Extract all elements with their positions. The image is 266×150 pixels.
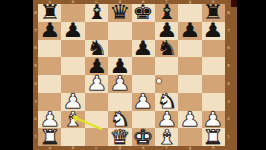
video-frame[interactable]: abcdefgh abcdefgh 87654321 87654321 ♜♝♛♚… xyxy=(0,0,266,150)
square-g8 xyxy=(178,4,201,22)
square-g4 xyxy=(178,75,201,93)
coord-label-a: a xyxy=(38,0,61,4)
black-rook: ♜ xyxy=(203,5,224,21)
square-h4 xyxy=(202,75,225,93)
coord-label-6: 6 xyxy=(33,40,38,58)
black-rook: ♜ xyxy=(39,5,60,21)
coord-label-h: h xyxy=(202,0,225,4)
chess-board: abcdefgh abcdefgh 87654321 87654321 ♜♝♛♚… xyxy=(33,0,237,150)
coord-label-1: 1 xyxy=(225,128,232,146)
white-pawn: ♟ xyxy=(86,76,107,92)
square-b4 xyxy=(61,75,84,93)
black-pawn: ♟ xyxy=(179,23,200,39)
black-pawn: ♟ xyxy=(203,23,224,39)
square-d4: ♟ xyxy=(108,75,131,93)
square-d7 xyxy=(108,22,131,40)
square-e7 xyxy=(132,22,155,40)
coord-label-g: g xyxy=(178,146,201,150)
square-c3 xyxy=(85,93,108,111)
coord-label-2: 2 xyxy=(225,111,232,129)
square-h2: ♟ xyxy=(202,111,225,129)
white-pawn: ♟ xyxy=(109,76,130,92)
coord-label-b: b xyxy=(61,146,84,150)
square-a6 xyxy=(38,40,61,58)
black-queen: ♛ xyxy=(109,5,130,21)
square-f8: ♝ xyxy=(155,4,178,22)
coord-label-a: a xyxy=(38,146,61,150)
square-e4 xyxy=(132,75,155,93)
square-d5: ♟ xyxy=(108,57,131,75)
black-pawn: ♟ xyxy=(86,58,107,74)
black-king: ♚ xyxy=(133,5,154,21)
coord-label-e: e xyxy=(132,146,155,150)
square-c8: ♝ xyxy=(85,4,108,22)
coord-label-c: c xyxy=(85,0,108,4)
coord-label-e: e xyxy=(132,0,155,4)
square-a7: ♟ xyxy=(38,22,61,40)
square-c6: ♞ xyxy=(85,40,108,58)
coord-label-g: g xyxy=(178,0,201,4)
square-b5 xyxy=(61,57,84,75)
white-pawn: ♟ xyxy=(156,112,177,128)
black-pawn: ♟ xyxy=(156,23,177,39)
square-a5 xyxy=(38,57,61,75)
black-pawn: ♟ xyxy=(62,23,83,39)
white-pawn: ♟ xyxy=(133,94,154,110)
coord-label-7: 7 xyxy=(225,22,232,40)
coord-label-4: 4 xyxy=(225,75,232,93)
square-g5 xyxy=(178,57,201,75)
square-e6: ♟ xyxy=(132,40,155,58)
square-g7: ♟ xyxy=(178,22,201,40)
coord-label-c: c xyxy=(85,146,108,150)
coord-label-8: 8 xyxy=(33,4,38,22)
square-h1: ♜ xyxy=(202,128,225,146)
coord-label-2: 2 xyxy=(33,111,38,129)
square-b7: ♟ xyxy=(61,22,84,40)
coord-label-3: 3 xyxy=(225,93,232,111)
square-e8: ♚ xyxy=(132,4,155,22)
square-e2 xyxy=(132,111,155,129)
square-a2: ♟ xyxy=(38,111,61,129)
file-labels-top: abcdefgh xyxy=(38,0,225,4)
corner-mark xyxy=(231,0,237,7)
square-d3 xyxy=(108,93,131,111)
black-bishop: ♝ xyxy=(156,5,177,21)
square-b3: ♟ xyxy=(61,93,84,111)
square-b2: ♝ xyxy=(61,111,84,129)
square-f5 xyxy=(155,57,178,75)
white-pawn: ♟ xyxy=(39,112,60,128)
square-d8: ♛ xyxy=(108,4,131,22)
white-pawn: ♟ xyxy=(62,94,83,110)
white-king: ♚ xyxy=(133,129,154,145)
square-a1: ♜ xyxy=(38,128,61,146)
square-c1 xyxy=(85,128,108,146)
rank-labels-right: 87654321 xyxy=(225,4,232,146)
black-pawn: ♟ xyxy=(39,23,60,39)
square-f7: ♟ xyxy=(155,22,178,40)
square-b6 xyxy=(61,40,84,58)
white-pawn: ♟ xyxy=(179,112,200,128)
square-g6 xyxy=(178,40,201,58)
square-e1: ♚ xyxy=(132,128,155,146)
coord-label-7: 7 xyxy=(33,22,38,40)
white-bishop: ♝ xyxy=(156,129,177,145)
file-labels-bottom: abcdefgh xyxy=(38,146,225,150)
coord-label-1: 1 xyxy=(33,128,38,146)
coord-label-6: 6 xyxy=(225,40,232,58)
white-bishop: ♝ xyxy=(62,112,83,128)
square-f3: ♞ xyxy=(155,93,178,111)
rank-labels-left: 87654321 xyxy=(33,4,38,146)
square-c5: ♟ xyxy=(85,57,108,75)
coord-label-f: f xyxy=(155,0,178,4)
square-h6 xyxy=(202,40,225,58)
square-g2: ♟ xyxy=(178,111,201,129)
coord-label-h: h xyxy=(202,146,225,150)
square-g3 xyxy=(178,93,201,111)
square-a3 xyxy=(38,93,61,111)
square-e3: ♟ xyxy=(132,93,155,111)
coord-label-3: 3 xyxy=(33,93,38,111)
mouse-cursor-dot xyxy=(157,79,161,83)
black-bishop: ♝ xyxy=(86,5,107,21)
square-f4 xyxy=(155,75,178,93)
white-pawn: ♟ xyxy=(203,112,224,128)
coord-label-5: 5 xyxy=(225,57,232,75)
coord-label-d: d xyxy=(108,146,131,150)
white-queen: ♛ xyxy=(109,129,130,145)
square-d2: ♞ xyxy=(108,111,131,129)
black-pawn: ♟ xyxy=(109,58,130,74)
square-f1: ♝ xyxy=(155,128,178,146)
black-knight: ♞ xyxy=(156,41,177,57)
coord-label-f: f xyxy=(155,146,178,150)
square-h5 xyxy=(202,57,225,75)
black-knight: ♞ xyxy=(86,41,107,57)
square-b8 xyxy=(61,4,84,22)
square-a8: ♜ xyxy=(38,4,61,22)
coord-label-d: d xyxy=(108,0,131,4)
coord-label-b: b xyxy=(61,0,84,4)
square-e5 xyxy=(132,57,155,75)
square-f6: ♞ xyxy=(155,40,178,58)
square-d6 xyxy=(108,40,131,58)
square-c7 xyxy=(85,22,108,40)
white-rook: ♜ xyxy=(39,129,60,145)
square-c2 xyxy=(85,111,108,129)
black-pawn: ♟ xyxy=(133,41,154,57)
white-knight: ♞ xyxy=(156,94,177,110)
coord-label-4: 4 xyxy=(33,75,38,93)
coord-label-5: 5 xyxy=(33,57,38,75)
white-knight: ♞ xyxy=(109,112,130,128)
square-f2: ♟ xyxy=(155,111,178,129)
board-grid: ♜♝♛♚♝♜♟♟♟♟♟♞♟♞♟♟♟♟♟♟♞♟♝♞♟♟♟♜♛♚♝♜ xyxy=(38,4,225,146)
square-g1 xyxy=(178,128,201,146)
square-h8: ♜ xyxy=(202,4,225,22)
white-rook: ♜ xyxy=(203,129,224,145)
square-c4: ♟ xyxy=(85,75,108,93)
square-b1 xyxy=(61,128,84,146)
square-d1: ♛ xyxy=(108,128,131,146)
square-h3 xyxy=(202,93,225,111)
square-h7: ♟ xyxy=(202,22,225,40)
square-a4 xyxy=(38,75,61,93)
